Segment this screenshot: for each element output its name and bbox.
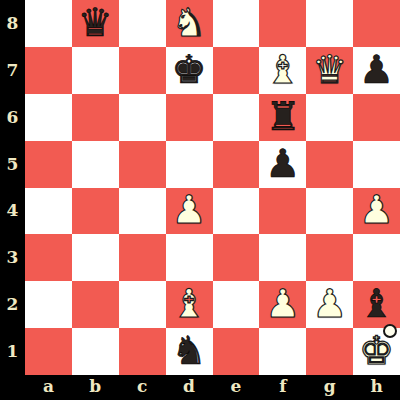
square-h5[interactable] — [353, 141, 400, 188]
square-f7[interactable]: ♝ — [259, 47, 306, 94]
square-c2[interactable] — [119, 281, 166, 328]
square-h8[interactable] — [353, 0, 400, 47]
file-label-a: a — [25, 375, 72, 400]
square-g2[interactable]: ♟ — [306, 281, 353, 328]
rank-label-7: 7 — [0, 47, 25, 94]
square-c4[interactable] — [119, 188, 166, 235]
piece-white-bishop[interactable]: ♝ — [172, 284, 207, 323]
piece-white-pawn[interactable]: ♟ — [359, 190, 394, 229]
square-e2[interactable] — [213, 281, 260, 328]
square-a5[interactable] — [25, 141, 72, 188]
square-f6[interactable]: ♜ — [259, 94, 306, 141]
file-label-c: c — [119, 375, 166, 400]
piece-white-queen[interactable]: ♛ — [312, 50, 347, 89]
rank-label-2: 2 — [0, 281, 25, 328]
file-label-e: e — [213, 375, 260, 400]
square-g7[interactable]: ♛ — [306, 47, 353, 94]
rank-label-8: 8 — [0, 0, 25, 47]
square-f3[interactable] — [259, 234, 306, 281]
piece-black-knight[interactable]: ♞ — [172, 331, 207, 370]
file-label-f: f — [259, 375, 306, 400]
square-b1[interactable] — [72, 328, 119, 375]
rank-label-4: 4 — [0, 188, 25, 235]
piece-black-queen[interactable]: ♛ — [78, 3, 113, 42]
square-g1[interactable] — [306, 328, 353, 375]
rank-label-1: 1 — [0, 328, 25, 375]
piece-white-pawn[interactable]: ♟ — [312, 284, 347, 323]
chess-board[interactable]: ♛♞♚♝♛♟♜♟♟♟♝♟♟♝♞♚ — [25, 0, 400, 375]
square-e4[interactable] — [213, 188, 260, 235]
piece-white-knight[interactable]: ♞ — [172, 3, 207, 42]
square-h2[interactable]: ♝ — [353, 281, 400, 328]
square-b6[interactable] — [72, 94, 119, 141]
square-d7[interactable]: ♚ — [166, 47, 213, 94]
square-c3[interactable] — [119, 234, 166, 281]
square-h4[interactable]: ♟ — [353, 188, 400, 235]
square-d5[interactable] — [166, 141, 213, 188]
square-a1[interactable] — [25, 328, 72, 375]
square-e5[interactable] — [213, 141, 260, 188]
square-h6[interactable] — [353, 94, 400, 141]
file-label-d: d — [166, 375, 213, 400]
piece-black-pawn[interactable]: ♟ — [265, 144, 300, 183]
rank-label-5: 5 — [0, 141, 25, 188]
square-f4[interactable] — [259, 188, 306, 235]
piece-white-pawn[interactable]: ♟ — [172, 190, 207, 229]
square-d3[interactable] — [166, 234, 213, 281]
square-b2[interactable] — [72, 281, 119, 328]
square-b5[interactable] — [72, 141, 119, 188]
square-a7[interactable] — [25, 47, 72, 94]
square-e3[interactable] — [213, 234, 260, 281]
square-c7[interactable] — [119, 47, 166, 94]
square-g5[interactable] — [306, 141, 353, 188]
rank-label-6: 6 — [0, 94, 25, 141]
square-a4[interactable] — [25, 188, 72, 235]
piece-black-pawn[interactable]: ♟ — [359, 50, 394, 89]
square-d1[interactable]: ♞ — [166, 328, 213, 375]
square-d2[interactable]: ♝ — [166, 281, 213, 328]
file-label-h: h — [353, 375, 400, 400]
square-g3[interactable] — [306, 234, 353, 281]
square-b7[interactable] — [72, 47, 119, 94]
square-h7[interactable]: ♟ — [353, 47, 400, 94]
square-b3[interactable] — [72, 234, 119, 281]
square-e7[interactable] — [213, 47, 260, 94]
square-c5[interactable] — [119, 141, 166, 188]
square-c6[interactable] — [119, 94, 166, 141]
file-labels: abcdefgh — [25, 375, 400, 400]
square-a8[interactable] — [25, 0, 72, 47]
square-c1[interactable] — [119, 328, 166, 375]
square-h3[interactable] — [353, 234, 400, 281]
piece-black-bishop[interactable]: ♝ — [359, 284, 394, 323]
square-f2[interactable]: ♟ — [259, 281, 306, 328]
file-label-b: b — [72, 375, 119, 400]
file-label-g: g — [306, 375, 353, 400]
square-b4[interactable] — [72, 188, 119, 235]
square-f5[interactable]: ♟ — [259, 141, 306, 188]
rank-labels: 87654321 — [0, 0, 25, 375]
square-a3[interactable] — [25, 234, 72, 281]
square-d8[interactable]: ♞ — [166, 0, 213, 47]
square-d6[interactable] — [166, 94, 213, 141]
piece-black-rook[interactable]: ♜ — [265, 97, 300, 136]
square-g6[interactable] — [306, 94, 353, 141]
square-g8[interactable] — [306, 0, 353, 47]
square-f8[interactable] — [259, 0, 306, 47]
piece-white-pawn[interactable]: ♟ — [265, 284, 300, 323]
square-f1[interactable] — [259, 328, 306, 375]
square-g4[interactable] — [306, 188, 353, 235]
rank-label-3: 3 — [0, 234, 25, 281]
square-e6[interactable] — [213, 94, 260, 141]
square-e1[interactable] — [213, 328, 260, 375]
square-e8[interactable] — [213, 0, 260, 47]
square-a2[interactable] — [25, 281, 72, 328]
square-b8[interactable]: ♛ — [72, 0, 119, 47]
square-a6[interactable] — [25, 94, 72, 141]
square-d4[interactable]: ♟ — [166, 188, 213, 235]
square-c8[interactable] — [119, 0, 166, 47]
piece-black-king[interactable]: ♚ — [172, 50, 207, 89]
white-to-move-indicator — [383, 324, 397, 338]
piece-white-bishop[interactable]: ♝ — [265, 50, 300, 89]
chess-puzzle-diagram: 87654321 ♛♞♚♝♛♟♜♟♟♟♝♟♟♝♞♚ abcdefgh — [0, 0, 400, 400]
